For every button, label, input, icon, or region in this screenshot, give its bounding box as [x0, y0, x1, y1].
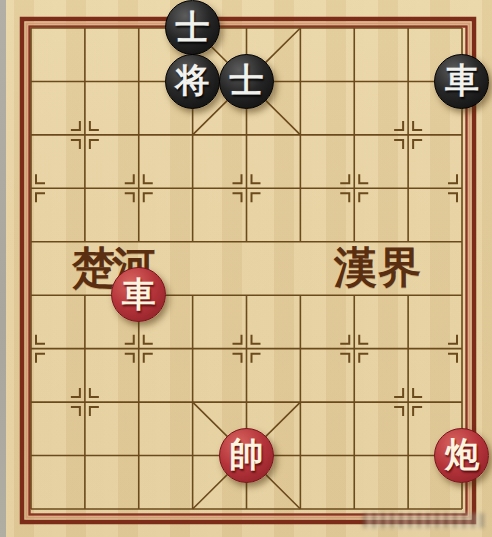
piece-glyph: 炮: [445, 437, 479, 471]
watermark-blur: [363, 513, 485, 528]
piece-black-chariot[interactable]: 車: [434, 54, 489, 109]
piece-glyph: 車: [122, 277, 156, 311]
piece-black-general[interactable]: 将: [165, 54, 220, 109]
piece-red-chariot[interactable]: 車: [111, 267, 166, 322]
piece-glyph: 帥: [229, 437, 263, 471]
piece-glyph: 将: [176, 63, 210, 97]
xiangqi-app-screen: 楚河 漢界 士将士車車帥炮: [0, 0, 492, 537]
piece-black-advisor[interactable]: 士: [165, 0, 220, 55]
piece-glyph: 車: [445, 63, 479, 97]
piece-red-cannon[interactable]: 炮: [434, 428, 489, 483]
piece-black-advisor[interactable]: 士: [219, 54, 274, 109]
piece-red-general[interactable]: 帥: [219, 428, 274, 483]
piece-glyph: 士: [176, 10, 210, 44]
xiangqi-board-grid[interactable]: 士将士車車帥炮: [4, 1, 489, 535]
piece-glyph: 士: [229, 63, 263, 97]
